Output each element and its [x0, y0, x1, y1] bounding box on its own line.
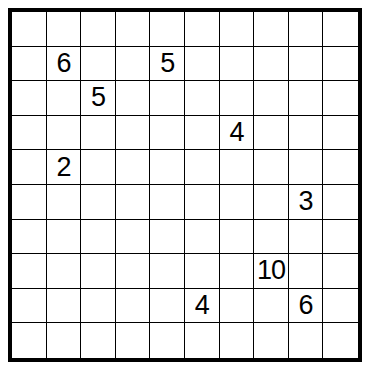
- puzzle-board: 6554231046: [8, 8, 362, 362]
- cell-r8c9[interactable]: [289, 254, 324, 289]
- cell-r4c1[interactable]: [12, 116, 47, 151]
- cell-r1c5[interactable]: [150, 12, 185, 47]
- cell-r9c10[interactable]: [323, 289, 358, 324]
- cell-r4c9[interactable]: [289, 116, 324, 151]
- cell-r6c6[interactable]: [185, 185, 220, 220]
- cell-r10c3[interactable]: [81, 323, 116, 358]
- cell-r7c7[interactable]: [220, 220, 255, 255]
- cell-r7c5[interactable]: [150, 220, 185, 255]
- cell-r2c9[interactable]: [289, 47, 324, 82]
- cell-r4c4[interactable]: [116, 116, 151, 151]
- cell-r4c10[interactable]: [323, 116, 358, 151]
- cell-r7c1[interactable]: [12, 220, 47, 255]
- cell-r10c1[interactable]: [12, 323, 47, 358]
- clue-cell-r9c9: 6: [289, 289, 324, 324]
- cell-r7c2[interactable]: [47, 220, 82, 255]
- clue-cell-r3c3: 5: [81, 81, 116, 116]
- cell-r2c4[interactable]: [116, 47, 151, 82]
- cell-r5c3[interactable]: [81, 150, 116, 185]
- cell-r2c3[interactable]: [81, 47, 116, 82]
- cell-r5c1[interactable]: [12, 150, 47, 185]
- cell-r6c3[interactable]: [81, 185, 116, 220]
- cell-r5c8[interactable]: [254, 150, 289, 185]
- cell-r6c1[interactable]: [12, 185, 47, 220]
- cell-r3c9[interactable]: [289, 81, 324, 116]
- cell-r3c6[interactable]: [185, 81, 220, 116]
- cell-r1c8[interactable]: [254, 12, 289, 47]
- clue-cell-r4c7: 4: [220, 116, 255, 151]
- cell-r1c4[interactable]: [116, 12, 151, 47]
- cell-r6c7[interactable]: [220, 185, 255, 220]
- cell-r3c10[interactable]: [323, 81, 358, 116]
- cell-r9c1[interactable]: [12, 289, 47, 324]
- clue-cell-r2c5: 5: [150, 47, 185, 82]
- cell-r1c2[interactable]: [47, 12, 82, 47]
- cell-r1c10[interactable]: [323, 12, 358, 47]
- cell-r1c7[interactable]: [220, 12, 255, 47]
- cell-r7c4[interactable]: [116, 220, 151, 255]
- clue-cell-r9c6: 4: [185, 289, 220, 324]
- cell-r7c9[interactable]: [289, 220, 324, 255]
- cell-r2c1[interactable]: [12, 47, 47, 82]
- cell-r10c7[interactable]: [220, 323, 255, 358]
- cell-r8c2[interactable]: [47, 254, 82, 289]
- cell-r8c3[interactable]: [81, 254, 116, 289]
- cell-r10c10[interactable]: [323, 323, 358, 358]
- cell-r8c6[interactable]: [185, 254, 220, 289]
- cell-r4c8[interactable]: [254, 116, 289, 151]
- cell-r10c9[interactable]: [289, 323, 324, 358]
- cell-r5c9[interactable]: [289, 150, 324, 185]
- cell-r8c10[interactable]: [323, 254, 358, 289]
- cell-r10c4[interactable]: [116, 323, 151, 358]
- cell-r7c10[interactable]: [323, 220, 358, 255]
- cell-r8c7[interactable]: [220, 254, 255, 289]
- cell-r7c3[interactable]: [81, 220, 116, 255]
- cell-r5c4[interactable]: [116, 150, 151, 185]
- cell-r2c7[interactable]: [220, 47, 255, 82]
- cell-r3c7[interactable]: [220, 81, 255, 116]
- cell-r10c2[interactable]: [47, 323, 82, 358]
- cell-r3c2[interactable]: [47, 81, 82, 116]
- cell-r5c10[interactable]: [323, 150, 358, 185]
- cell-r8c5[interactable]: [150, 254, 185, 289]
- cell-r10c5[interactable]: [150, 323, 185, 358]
- cell-r8c4[interactable]: [116, 254, 151, 289]
- cell-r9c5[interactable]: [150, 289, 185, 324]
- cell-r9c3[interactable]: [81, 289, 116, 324]
- cell-r8c1[interactable]: [12, 254, 47, 289]
- cell-r6c5[interactable]: [150, 185, 185, 220]
- cell-r2c6[interactable]: [185, 47, 220, 82]
- cell-r4c6[interactable]: [185, 116, 220, 151]
- clue-cell-r6c9: 3: [289, 185, 324, 220]
- cell-r6c4[interactable]: [116, 185, 151, 220]
- cell-r5c6[interactable]: [185, 150, 220, 185]
- clue-cell-r5c2: 2: [47, 150, 82, 185]
- cell-r4c2[interactable]: [47, 116, 82, 151]
- cell-r6c8[interactable]: [254, 185, 289, 220]
- cell-r6c10[interactable]: [323, 185, 358, 220]
- cell-r1c9[interactable]: [289, 12, 324, 47]
- cell-r1c6[interactable]: [185, 12, 220, 47]
- cell-r3c5[interactable]: [150, 81, 185, 116]
- cell-r4c5[interactable]: [150, 116, 185, 151]
- cell-r9c7[interactable]: [220, 289, 255, 324]
- cell-r2c10[interactable]: [323, 47, 358, 82]
- cell-r4c3[interactable]: [81, 116, 116, 151]
- cell-r6c2[interactable]: [47, 185, 82, 220]
- cell-r1c3[interactable]: [81, 12, 116, 47]
- cell-r3c1[interactable]: [12, 81, 47, 116]
- cell-r9c2[interactable]: [47, 289, 82, 324]
- cell-r2c8[interactable]: [254, 47, 289, 82]
- cell-r9c8[interactable]: [254, 289, 289, 324]
- cell-r5c5[interactable]: [150, 150, 185, 185]
- clue-cell-r2c2: 6: [47, 47, 82, 82]
- clue-cell-r8c8: 10: [254, 254, 289, 289]
- cell-r9c4[interactable]: [116, 289, 151, 324]
- cell-r10c6[interactable]: [185, 323, 220, 358]
- cell-r1c1[interactable]: [12, 12, 47, 47]
- cell-r5c7[interactable]: [220, 150, 255, 185]
- cell-r7c8[interactable]: [254, 220, 289, 255]
- cell-r3c4[interactable]: [116, 81, 151, 116]
- cell-r3c8[interactable]: [254, 81, 289, 116]
- cell-r10c8[interactable]: [254, 323, 289, 358]
- cell-r7c6[interactable]: [185, 220, 220, 255]
